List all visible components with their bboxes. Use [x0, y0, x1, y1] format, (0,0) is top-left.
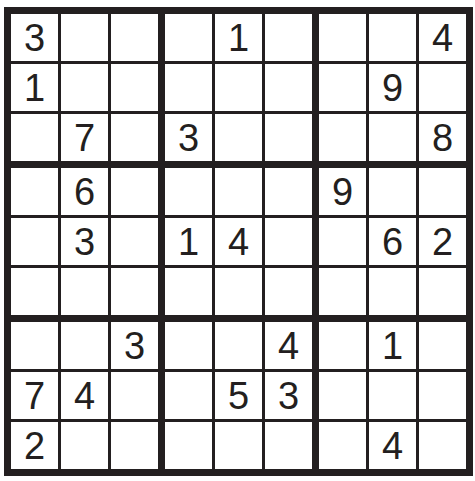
- sudoku-cell-empty-r4c9[interactable]: [419, 168, 466, 218]
- sudoku-cell-empty-r2c6[interactable]: [265, 64, 319, 114]
- sudoku-board-wrapper: 314197386931462341745324: [0, 0, 475, 479]
- sudoku-cell-empty-r4c8[interactable]: [369, 168, 419, 218]
- sudoku-cell-given-r3c4: 3: [165, 114, 215, 168]
- sudoku-cell-empty-r7c7[interactable]: [319, 322, 369, 372]
- sudoku-board: 314197386931462341745324: [4, 7, 473, 476]
- sudoku-cell-empty-r4c3[interactable]: [111, 168, 165, 218]
- sudoku-cell-given-r5c8: 6: [369, 218, 419, 268]
- sudoku-cell-empty-r5c3[interactable]: [111, 218, 165, 268]
- sudoku-cell-empty-r3c3[interactable]: [111, 114, 165, 168]
- sudoku-cell-empty-r9c5[interactable]: [215, 422, 265, 469]
- sudoku-cell-given-r4c2: 6: [61, 168, 111, 218]
- sudoku-cell-empty-r8c3[interactable]: [111, 372, 165, 422]
- sudoku-cell-empty-r1c6[interactable]: [265, 14, 319, 64]
- sudoku-cell-given-r4c7: 9: [319, 168, 369, 218]
- sudoku-cell-empty-r8c4[interactable]: [165, 372, 215, 422]
- sudoku-cell-empty-r6c4[interactable]: [165, 268, 215, 322]
- sudoku-cell-empty-r6c8[interactable]: [369, 268, 419, 322]
- sudoku-cell-empty-r3c6[interactable]: [265, 114, 319, 168]
- sudoku-cell-empty-r2c9[interactable]: [419, 64, 466, 114]
- sudoku-cell-given-r1c5: 1: [215, 14, 265, 64]
- sudoku-cell-empty-r9c6[interactable]: [265, 422, 319, 469]
- sudoku-cell-empty-r1c7[interactable]: [319, 14, 369, 64]
- sudoku-cell-empty-r8c7[interactable]: [319, 372, 369, 422]
- sudoku-cell-empty-r7c5[interactable]: [215, 322, 265, 372]
- sudoku-cell-empty-r2c5[interactable]: [215, 64, 265, 114]
- sudoku-cell-empty-r4c5[interactable]: [215, 168, 265, 218]
- sudoku-cell-given-r7c8: 1: [369, 322, 419, 372]
- sudoku-cell-given-r1c1: 3: [11, 14, 61, 64]
- sudoku-cell-empty-r4c4[interactable]: [165, 168, 215, 218]
- sudoku-cell-empty-r3c7[interactable]: [319, 114, 369, 168]
- sudoku-cell-empty-r7c1[interactable]: [11, 322, 61, 372]
- sudoku-cell-empty-r2c2[interactable]: [61, 64, 111, 114]
- sudoku-cell-empty-r7c4[interactable]: [165, 322, 215, 372]
- sudoku-cell-empty-r9c2[interactable]: [61, 422, 111, 469]
- sudoku-cell-given-r8c5: 5: [215, 372, 265, 422]
- sudoku-cell-empty-r6c9[interactable]: [419, 268, 466, 322]
- sudoku-cell-empty-r9c7[interactable]: [319, 422, 369, 469]
- sudoku-cell-empty-r3c8[interactable]: [369, 114, 419, 168]
- sudoku-cell-given-r3c9: 8: [419, 114, 466, 168]
- sudoku-cell-given-r5c2: 3: [61, 218, 111, 268]
- sudoku-cell-given-r3c2: 7: [61, 114, 111, 168]
- sudoku-cell-empty-r6c5[interactable]: [215, 268, 265, 322]
- sudoku-cell-empty-r1c2[interactable]: [61, 14, 111, 64]
- sudoku-cell-empty-r4c1[interactable]: [11, 168, 61, 218]
- sudoku-cell-empty-r6c6[interactable]: [265, 268, 319, 322]
- sudoku-cell-empty-r6c1[interactable]: [11, 268, 61, 322]
- sudoku-cell-given-r9c1: 2: [11, 422, 61, 469]
- sudoku-cell-given-r5c9: 2: [419, 218, 466, 268]
- sudoku-cell-empty-r7c2[interactable]: [61, 322, 111, 372]
- sudoku-cell-empty-r7c9[interactable]: [419, 322, 466, 372]
- sudoku-cell-given-r7c6: 4: [265, 322, 319, 372]
- sudoku-cell-empty-r9c3[interactable]: [111, 422, 165, 469]
- sudoku-cell-empty-r2c7[interactable]: [319, 64, 369, 114]
- sudoku-cell-empty-r1c8[interactable]: [369, 14, 419, 64]
- sudoku-cell-given-r7c3: 3: [111, 322, 165, 372]
- sudoku-cell-given-r1c9: 4: [419, 14, 466, 64]
- sudoku-cell-given-r5c4: 1: [165, 218, 215, 268]
- sudoku-cell-empty-r6c2[interactable]: [61, 268, 111, 322]
- sudoku-cell-empty-r8c9[interactable]: [419, 372, 466, 422]
- sudoku-cell-given-r9c8: 4: [369, 422, 419, 469]
- sudoku-cell-empty-r2c3[interactable]: [111, 64, 165, 114]
- sudoku-cell-given-r8c1: 7: [11, 372, 61, 422]
- sudoku-cell-empty-r5c7[interactable]: [319, 218, 369, 268]
- sudoku-cell-given-r5c5: 4: [215, 218, 265, 268]
- sudoku-cell-empty-r8c8[interactable]: [369, 372, 419, 422]
- sudoku-cell-given-r2c8: 9: [369, 64, 419, 114]
- sudoku-cell-empty-r5c6[interactable]: [265, 218, 319, 268]
- sudoku-cell-empty-r5c1[interactable]: [11, 218, 61, 268]
- sudoku-cell-empty-r1c3[interactable]: [111, 14, 165, 64]
- sudoku-cell-empty-r2c4[interactable]: [165, 64, 215, 114]
- sudoku-cell-empty-r3c5[interactable]: [215, 114, 265, 168]
- sudoku-cell-empty-r9c4[interactable]: [165, 422, 215, 469]
- sudoku-cell-empty-r6c7[interactable]: [319, 268, 369, 322]
- sudoku-cell-empty-r3c1[interactable]: [11, 114, 61, 168]
- sudoku-cell-empty-r6c3[interactable]: [111, 268, 165, 322]
- sudoku-cell-empty-r1c4[interactable]: [165, 14, 215, 64]
- sudoku-cell-given-r2c1: 1: [11, 64, 61, 114]
- sudoku-cell-empty-r4c6[interactable]: [265, 168, 319, 218]
- sudoku-cell-given-r8c2: 4: [61, 372, 111, 422]
- sudoku-cell-empty-r9c9[interactable]: [419, 422, 466, 469]
- sudoku-cell-given-r8c6: 3: [265, 372, 319, 422]
